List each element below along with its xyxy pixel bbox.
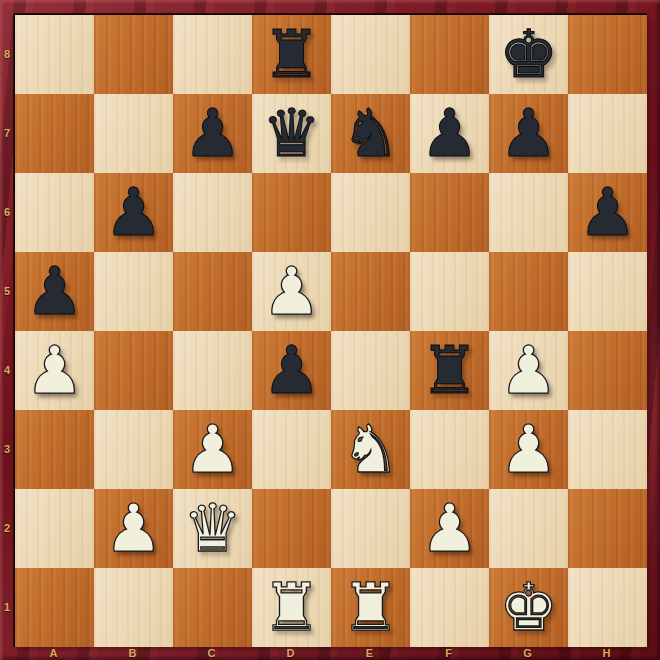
square-h7[interactable] bbox=[568, 94, 647, 173]
black-rook-f4[interactable]: ♜ bbox=[410, 331, 489, 410]
square-g6[interactable] bbox=[489, 173, 568, 252]
square-f3[interactable] bbox=[410, 410, 489, 489]
black-queen-d7[interactable]: ♛ bbox=[252, 94, 331, 173]
square-f2[interactable]: ♟ bbox=[410, 489, 489, 568]
white-pawn-d5[interactable]: ♟ bbox=[252, 252, 331, 331]
square-d4[interactable]: ♟ bbox=[252, 331, 331, 410]
square-g7[interactable]: ♟ bbox=[489, 94, 568, 173]
black-pawn-a5[interactable]: ♟ bbox=[15, 252, 94, 331]
file-label-g: G bbox=[488, 646, 567, 660]
square-d3[interactable] bbox=[252, 410, 331, 489]
square-f4[interactable]: ♜ bbox=[410, 331, 489, 410]
square-a1[interactable] bbox=[15, 568, 94, 647]
square-b4[interactable] bbox=[94, 331, 173, 410]
square-d1[interactable]: ♜ bbox=[252, 568, 331, 647]
file-label-d: D bbox=[251, 646, 330, 660]
rank-label-4: 4 bbox=[0, 330, 14, 409]
white-rook-d1[interactable]: ♜ bbox=[252, 568, 331, 647]
file-label-f: F bbox=[409, 646, 488, 660]
rank-label-6: 6 bbox=[0, 172, 14, 251]
chessboard-widget: ♜♚♟♛♞♟♟♟♟♟♟♟♟♜♟♟♞♟♟♛♟♜♜♚ 87654321ABCDEFG… bbox=[0, 0, 660, 660]
file-label-h: H bbox=[567, 646, 646, 660]
black-pawn-f7[interactable]: ♟ bbox=[410, 94, 489, 173]
black-pawn-b6[interactable]: ♟ bbox=[94, 173, 173, 252]
square-a8[interactable] bbox=[15, 15, 94, 94]
square-b1[interactable] bbox=[94, 568, 173, 647]
square-e6[interactable] bbox=[331, 173, 410, 252]
rank-label-1: 1 bbox=[0, 567, 14, 646]
rank-label-3: 3 bbox=[0, 409, 14, 488]
square-a6[interactable] bbox=[15, 173, 94, 252]
square-b2[interactable]: ♟ bbox=[94, 489, 173, 568]
black-pawn-c7[interactable]: ♟ bbox=[173, 94, 252, 173]
square-c5[interactable] bbox=[173, 252, 252, 331]
white-knight-e3[interactable]: ♞ bbox=[331, 410, 410, 489]
square-g3[interactable]: ♟ bbox=[489, 410, 568, 489]
square-e5[interactable] bbox=[331, 252, 410, 331]
square-c6[interactable] bbox=[173, 173, 252, 252]
black-king-g8[interactable]: ♚ bbox=[489, 15, 568, 94]
file-label-e: E bbox=[330, 646, 409, 660]
square-c1[interactable] bbox=[173, 568, 252, 647]
square-b7[interactable] bbox=[94, 94, 173, 173]
square-c3[interactable]: ♟ bbox=[173, 410, 252, 489]
black-pawn-h6[interactable]: ♟ bbox=[568, 173, 647, 252]
square-a4[interactable]: ♟ bbox=[15, 331, 94, 410]
black-pawn-d4[interactable]: ♟ bbox=[252, 331, 331, 410]
white-queen-c2[interactable]: ♛ bbox=[173, 489, 252, 568]
square-e4[interactable] bbox=[331, 331, 410, 410]
square-f6[interactable] bbox=[410, 173, 489, 252]
rank-label-2: 2 bbox=[0, 488, 14, 567]
square-h8[interactable] bbox=[568, 15, 647, 94]
rank-label-7: 7 bbox=[0, 93, 14, 172]
square-c4[interactable] bbox=[173, 331, 252, 410]
square-g4[interactable]: ♟ bbox=[489, 331, 568, 410]
file-label-b: B bbox=[93, 646, 172, 660]
square-f5[interactable] bbox=[410, 252, 489, 331]
square-e3[interactable]: ♞ bbox=[331, 410, 410, 489]
square-a2[interactable] bbox=[15, 489, 94, 568]
file-label-a: A bbox=[14, 646, 93, 660]
square-g5[interactable] bbox=[489, 252, 568, 331]
white-pawn-b2[interactable]: ♟ bbox=[94, 489, 173, 568]
square-d7[interactable]: ♛ bbox=[252, 94, 331, 173]
rank-label-8: 8 bbox=[0, 14, 14, 93]
square-h4[interactable] bbox=[568, 331, 647, 410]
square-d5[interactable]: ♟ bbox=[252, 252, 331, 331]
square-b8[interactable] bbox=[94, 15, 173, 94]
square-b3[interactable] bbox=[94, 410, 173, 489]
square-d8[interactable]: ♜ bbox=[252, 15, 331, 94]
square-e8[interactable] bbox=[331, 15, 410, 94]
square-f8[interactable] bbox=[410, 15, 489, 94]
chess-board: ♜♚♟♛♞♟♟♟♟♟♟♟♟♜♟♟♞♟♟♛♟♜♜♚ bbox=[14, 14, 646, 646]
square-a5[interactable]: ♟ bbox=[15, 252, 94, 331]
square-d6[interactable] bbox=[252, 173, 331, 252]
white-king-g1[interactable]: ♚ bbox=[489, 568, 568, 647]
square-g8[interactable]: ♚ bbox=[489, 15, 568, 94]
square-e7[interactable]: ♞ bbox=[331, 94, 410, 173]
square-h2[interactable] bbox=[568, 489, 647, 568]
black-rook-d8[interactable]: ♜ bbox=[252, 15, 331, 94]
black-knight-e7[interactable]: ♞ bbox=[331, 94, 410, 173]
square-c2[interactable]: ♛ bbox=[173, 489, 252, 568]
square-f7[interactable]: ♟ bbox=[410, 94, 489, 173]
square-e1[interactable]: ♜ bbox=[331, 568, 410, 647]
black-pawn-g7[interactable]: ♟ bbox=[489, 94, 568, 173]
square-a3[interactable] bbox=[15, 410, 94, 489]
square-h1[interactable] bbox=[568, 568, 647, 647]
white-pawn-g3[interactable]: ♟ bbox=[489, 410, 568, 489]
file-label-c: C bbox=[172, 646, 251, 660]
square-d2[interactable] bbox=[252, 489, 331, 568]
square-h3[interactable] bbox=[568, 410, 647, 489]
square-e2[interactable] bbox=[331, 489, 410, 568]
white-pawn-c3[interactable]: ♟ bbox=[173, 410, 252, 489]
square-g1[interactable]: ♚ bbox=[489, 568, 568, 647]
square-a7[interactable] bbox=[15, 94, 94, 173]
white-pawn-a4[interactable]: ♟ bbox=[15, 331, 94, 410]
square-c8[interactable] bbox=[173, 15, 252, 94]
square-h5[interactable] bbox=[568, 252, 647, 331]
white-pawn-f2[interactable]: ♟ bbox=[410, 489, 489, 568]
square-h6[interactable]: ♟ bbox=[568, 173, 647, 252]
white-rook-e1[interactable]: ♜ bbox=[331, 568, 410, 647]
white-pawn-g4[interactable]: ♟ bbox=[489, 331, 568, 410]
square-g2[interactable] bbox=[489, 489, 568, 568]
square-b5[interactable] bbox=[94, 252, 173, 331]
square-f1[interactable] bbox=[410, 568, 489, 647]
square-b6[interactable]: ♟ bbox=[94, 173, 173, 252]
square-c7[interactable]: ♟ bbox=[173, 94, 252, 173]
rank-label-5: 5 bbox=[0, 251, 14, 330]
